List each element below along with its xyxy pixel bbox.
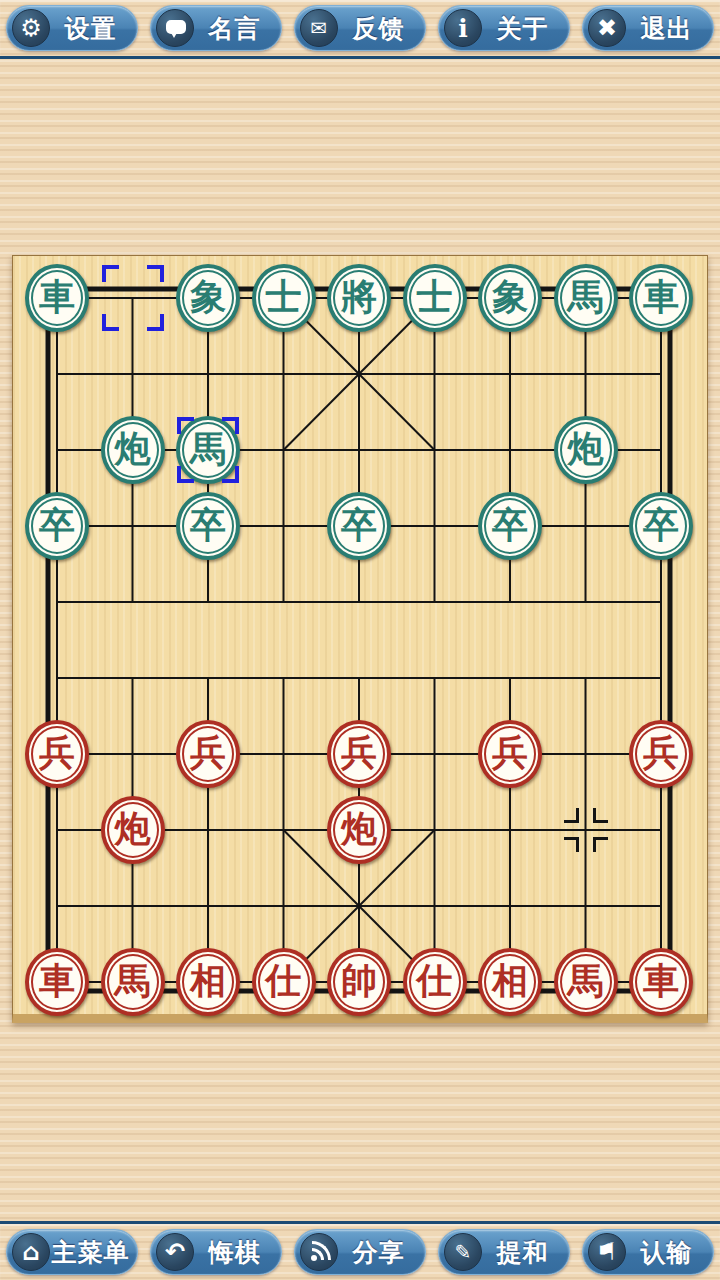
black-piece[interactable]: 車 [629, 264, 693, 332]
feedback-label: 反馈 [338, 12, 419, 45]
red-piece[interactable]: 馬 [554, 948, 618, 1016]
envelope-icon: ✉ [300, 9, 338, 47]
resign-button[interactable]: ⚑ 认输 [582, 1229, 714, 1275]
undo-move-button[interactable]: ↶ 悔棋 [150, 1229, 282, 1275]
about-label: 关于 [482, 12, 563, 45]
red-piece[interactable]: 仕 [403, 948, 467, 1016]
red-piece[interactable]: 兵 [25, 720, 89, 788]
black-piece[interactable]: 將 [327, 264, 391, 332]
pencil-icon: ✎ [444, 1233, 482, 1271]
black-piece[interactable]: 卒 [327, 492, 391, 560]
board-grid-lines [13, 256, 707, 1014]
bottom-toolbar: ⌂ 主菜单 ↶ 悔棋 分享 ✎ 提和 ⚑ 认输 [0, 1221, 720, 1280]
quotes-label: 名言 [194, 12, 275, 45]
speech-bubble-icon [156, 9, 194, 47]
red-piece[interactable]: 兵 [327, 720, 391, 788]
black-piece[interactable]: 馬 [554, 264, 618, 332]
about-button[interactable]: i 关于 [438, 5, 570, 51]
red-piece[interactable]: 馬 [101, 948, 165, 1016]
offer-draw-label: 提和 [482, 1236, 563, 1269]
black-piece[interactable]: 象 [478, 264, 542, 332]
share-rss-icon [300, 1233, 338, 1271]
close-icon: ✖ [588, 9, 626, 47]
red-piece[interactable]: 兵 [629, 720, 693, 788]
red-piece[interactable]: 兵 [176, 720, 240, 788]
xiangqi-board[interactable]: 車象士將士象馬車炮馬炮卒卒卒卒卒兵兵兵兵兵炮炮車馬相仕帥仕相馬車 [12, 255, 708, 1023]
offer-draw-button[interactable]: ✎ 提和 [438, 1229, 570, 1275]
share-label: 分享 [338, 1236, 419, 1269]
settings-button[interactable]: ⚙ 设置 [6, 5, 138, 51]
settings-label: 设置 [50, 12, 131, 45]
red-piece[interactable]: 炮 [101, 796, 165, 864]
share-button[interactable]: 分享 [294, 1229, 426, 1275]
quotes-button[interactable]: 名言 [150, 5, 282, 51]
black-piece[interactable]: 卒 [176, 492, 240, 560]
black-piece[interactable]: 象 [176, 264, 240, 332]
black-piece[interactable]: 士 [403, 264, 467, 332]
resign-label: 认输 [626, 1236, 707, 1269]
info-icon: i [444, 9, 482, 47]
exit-button[interactable]: ✖ 退出 [582, 5, 714, 51]
black-piece[interactable]: 士 [252, 264, 316, 332]
black-piece[interactable]: 卒 [629, 492, 693, 560]
exit-label: 退出 [626, 12, 707, 45]
black-piece[interactable]: 車 [25, 264, 89, 332]
red-piece[interactable]: 相 [478, 948, 542, 1016]
black-piece[interactable]: 卒 [25, 492, 89, 560]
black-piece[interactable]: 炮 [101, 416, 165, 484]
gear-icon: ⚙ [12, 9, 50, 47]
main-menu-button[interactable]: ⌂ 主菜单 [6, 1229, 138, 1275]
red-piece[interactable]: 兵 [478, 720, 542, 788]
black-piece[interactable]: 卒 [478, 492, 542, 560]
red-piece[interactable]: 車 [25, 948, 89, 1016]
black-piece[interactable]: 馬 [176, 416, 240, 484]
red-piece[interactable]: 仕 [252, 948, 316, 1016]
red-piece[interactable]: 相 [176, 948, 240, 1016]
top-toolbar: ⚙ 设置 名言 ✉ 反馈 i 关于 ✖ 退出 [0, 0, 720, 59]
undo-move-label: 悔棋 [194, 1236, 275, 1269]
main-menu-label: 主菜单 [50, 1236, 131, 1269]
flag-icon: ⚑ [588, 1233, 626, 1271]
feedback-button[interactable]: ✉ 反馈 [294, 5, 426, 51]
home-icon: ⌂ [12, 1233, 50, 1271]
red-piece[interactable]: 車 [629, 948, 693, 1016]
black-piece[interactable]: 炮 [554, 416, 618, 484]
undo-icon: ↶ [156, 1233, 194, 1271]
red-piece[interactable]: 帥 [327, 948, 391, 1016]
red-piece[interactable]: 炮 [327, 796, 391, 864]
